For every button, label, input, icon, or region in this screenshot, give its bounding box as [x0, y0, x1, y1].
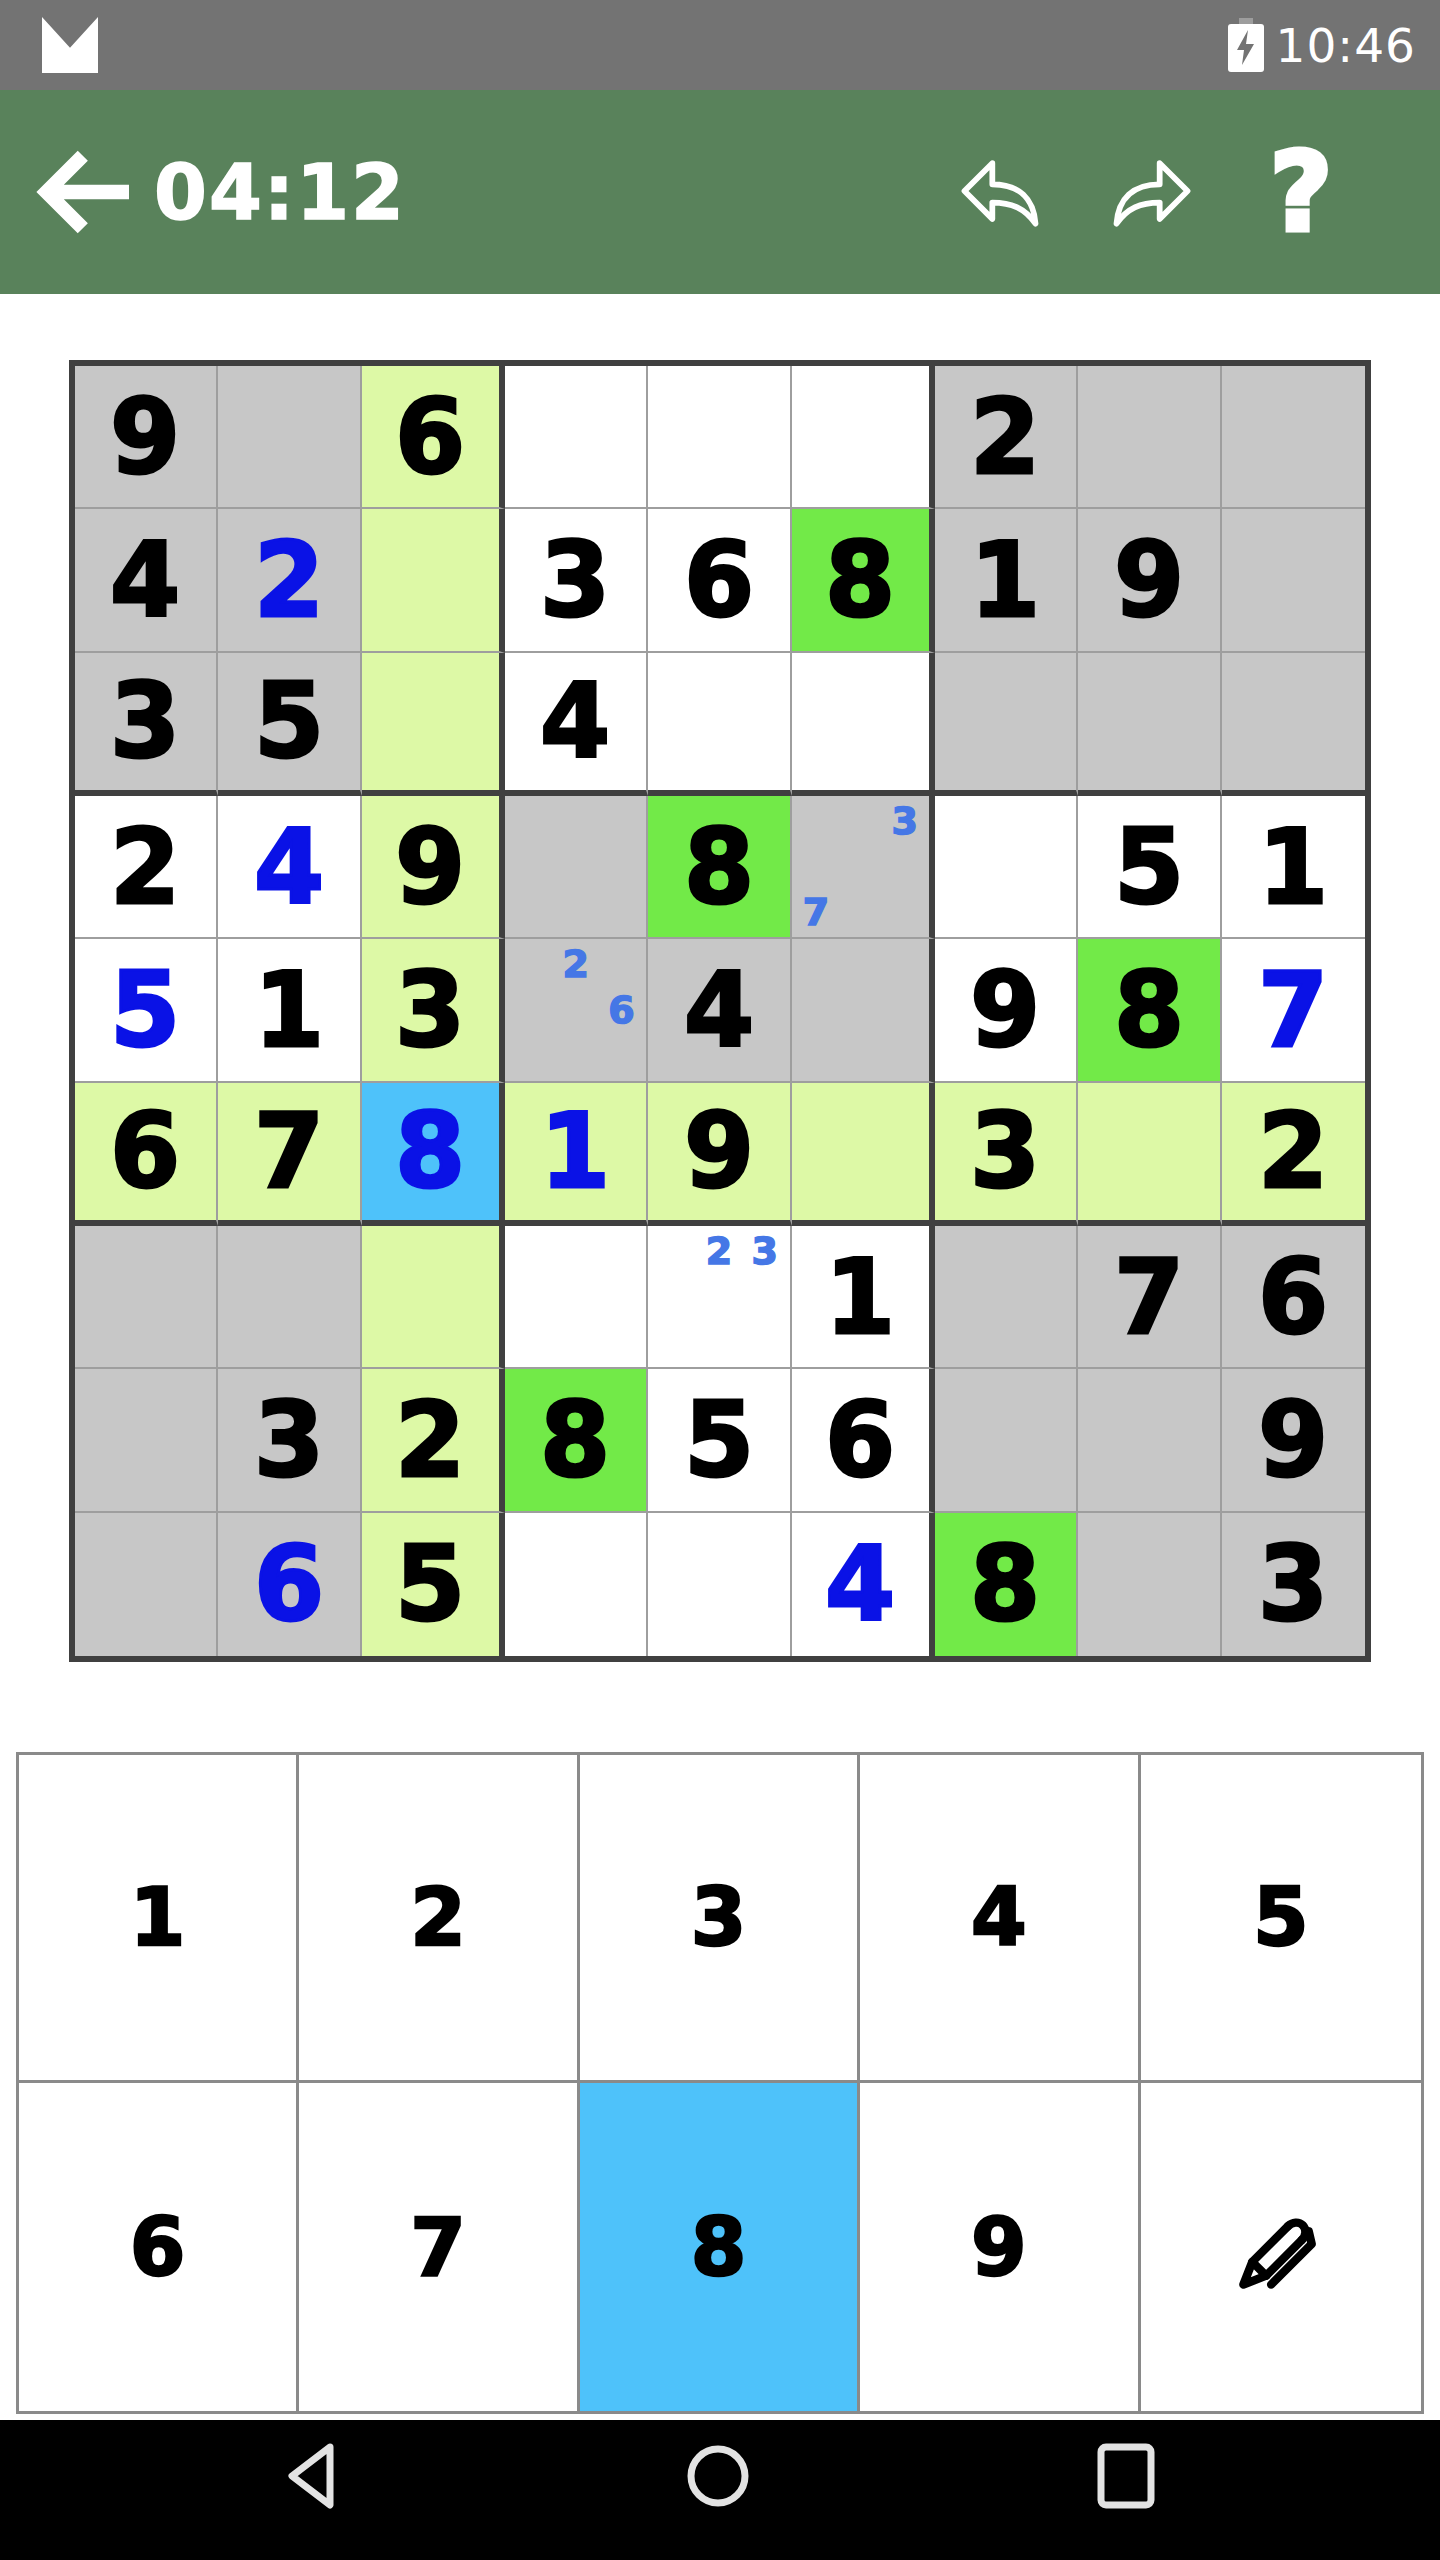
cell-r2c3[interactable] — [362, 509, 505, 652]
cell-r3c3[interactable] — [362, 653, 505, 796]
cell-r9c8[interactable] — [1078, 1513, 1221, 1656]
cell-r1c6[interactable] — [792, 366, 935, 509]
cell-r6c3[interactable]: 8 — [362, 1083, 505, 1226]
pencil-notes: 23 — [650, 1228, 787, 1365]
given-digit: 8 — [1114, 958, 1184, 1062]
android-nav-bar — [0, 2420, 1440, 2560]
cell-r2c7[interactable]: 1 — [935, 509, 1078, 652]
given-digit: 8 — [541, 1388, 611, 1492]
cell-r5c2[interactable]: 1 — [218, 939, 361, 1082]
given-digit: 4 — [684, 958, 754, 1062]
user-digit: 2 — [254, 528, 324, 632]
pencil-notes: 37 — [794, 798, 927, 935]
status-clock: 10:46 — [1276, 0, 1416, 90]
cell-r8c2[interactable]: 3 — [218, 1369, 361, 1512]
given-digit: 1 — [1258, 815, 1328, 919]
cell-r4c3[interactable]: 9 — [362, 796, 505, 939]
app-bar: 04:12 ? — [0, 90, 1440, 294]
note-digit — [599, 1033, 645, 1079]
given-digit: 7 — [1114, 1245, 1184, 1349]
given-digit: 2 — [395, 1388, 465, 1492]
note-digit — [794, 844, 838, 890]
given-digit: 9 — [971, 958, 1041, 1062]
back-arrow-icon[interactable] — [30, 137, 140, 247]
cell-r3c1[interactable]: 3 — [75, 653, 218, 796]
given-digit: 7 — [254, 1099, 324, 1203]
cell-r6c1[interactable]: 6 — [75, 1083, 218, 1226]
note-digit — [553, 987, 599, 1033]
game-timer: 04:12 — [154, 90, 406, 294]
sudoku-board: 9624236819354249837515132649876781932231… — [69, 360, 1371, 1662]
cell-r5c3[interactable]: 3 — [362, 939, 505, 1082]
given-digit: 3 — [111, 669, 181, 773]
cell-r6c7[interactable]: 3 — [935, 1083, 1078, 1226]
cell-r9c6[interactable]: 4 — [792, 1513, 935, 1656]
note-digit — [742, 1274, 788, 1320]
cell-r1c1[interactable]: 9 — [75, 366, 218, 509]
cell-r4c7[interactable] — [935, 796, 1078, 939]
note-digit — [507, 941, 553, 987]
cell-r9c5[interactable] — [648, 1513, 791, 1656]
note-digit: 3 — [742, 1228, 788, 1274]
note-digit — [507, 1033, 553, 1079]
battery-charging-icon — [1228, 18, 1264, 72]
given-digit: 1 — [971, 528, 1041, 632]
pencil-notes: 26 — [507, 941, 644, 1078]
note-digit — [838, 798, 882, 844]
cell-r3c9[interactable] — [1222, 653, 1365, 796]
nav-home-icon[interactable] — [684, 2442, 752, 2510]
cell-r6c9[interactable]: 2 — [1222, 1083, 1365, 1226]
cell-r3c7[interactable] — [935, 653, 1078, 796]
cell-r2c8[interactable]: 9 — [1078, 509, 1221, 652]
cell-r7c7[interactable] — [935, 1226, 1078, 1369]
note-digit — [650, 1228, 696, 1274]
cell-r4c2[interactable]: 4 — [218, 796, 361, 939]
cell-r1c5[interactable] — [648, 366, 791, 509]
given-digit: 4 — [541, 669, 611, 773]
given-digit: 8 — [825, 528, 895, 632]
cell-r8c5[interactable]: 5 — [648, 1369, 791, 1512]
user-digit: 8 — [395, 1099, 465, 1203]
note-digit — [696, 1274, 742, 1320]
note-digit: 7 — [794, 890, 838, 936]
cell-r5c9[interactable]: 7 — [1222, 939, 1365, 1082]
cell-r3c4[interactable]: 4 — [505, 653, 648, 796]
given-digit: 9 — [1114, 528, 1184, 632]
given-digit: 3 — [541, 528, 611, 632]
cell-r7c2[interactable] — [218, 1226, 361, 1369]
cell-r7c1[interactable] — [75, 1226, 218, 1369]
cell-r2c5[interactable]: 6 — [648, 509, 791, 652]
given-digit: 5 — [1114, 815, 1184, 919]
m-notification-icon — [42, 17, 98, 73]
given-digit: 6 — [395, 385, 465, 489]
cell-r4c4[interactable] — [505, 796, 648, 939]
numpad-button-4[interactable]: 4 — [860, 1755, 1140, 2083]
cell-r8c9[interactable]: 9 — [1222, 1369, 1365, 1512]
cell-r5c8[interactable]: 8 — [1078, 939, 1221, 1082]
pencil-mode-button[interactable] — [1141, 2083, 1421, 2411]
numpad-button-7[interactable]: 7 — [299, 2083, 579, 2411]
redo-icon[interactable] — [1104, 144, 1200, 240]
given-digit: 3 — [395, 958, 465, 1062]
cell-r6c5[interactable]: 9 — [648, 1083, 791, 1226]
given-digit: 9 — [1258, 1388, 1328, 1492]
cell-r9c7[interactable]: 8 — [935, 1513, 1078, 1656]
numpad-button-3[interactable]: 3 — [580, 1755, 860, 2083]
given-digit: 4 — [111, 528, 181, 632]
given-digit: 6 — [111, 1099, 181, 1203]
cell-r7c6[interactable]: 1 — [792, 1226, 935, 1369]
given-digit: 6 — [825, 1388, 895, 1492]
cell-r1c2[interactable] — [218, 366, 361, 509]
numpad-button-8[interactable]: 8 — [580, 2083, 860, 2411]
cell-r4c8[interactable]: 5 — [1078, 796, 1221, 939]
numpad-button-1[interactable]: 1 — [19, 1755, 299, 2083]
given-digit: 2 — [111, 815, 181, 919]
note-digit: 3 — [883, 798, 927, 844]
cell-r5c1[interactable]: 5 — [75, 939, 218, 1082]
cell-r9c3[interactable]: 5 — [362, 1513, 505, 1656]
cell-r1c7[interactable]: 2 — [935, 366, 1078, 509]
cell-r9c9[interactable]: 3 — [1222, 1513, 1365, 1656]
user-digit: 1 — [541, 1099, 611, 1203]
cell-r2c1[interactable]: 4 — [75, 509, 218, 652]
given-digit: 3 — [254, 1388, 324, 1492]
cell-r7c8[interactable]: 7 — [1078, 1226, 1221, 1369]
user-digit: 4 — [825, 1532, 895, 1636]
numpad-button-2[interactable]: 2 — [299, 1755, 579, 2083]
note-digit — [838, 890, 882, 936]
cell-r3c5[interactable] — [648, 653, 791, 796]
given-digit: 3 — [1258, 1532, 1328, 1636]
cell-r4c6[interactable]: 37 — [792, 796, 935, 939]
user-digit: 4 — [254, 815, 324, 919]
given-digit: 3 — [971, 1099, 1041, 1203]
note-digit: 6 — [599, 987, 645, 1033]
note-digit — [696, 1320, 742, 1366]
cell-r9c4[interactable] — [505, 1513, 648, 1656]
cell-r6c8[interactable] — [1078, 1083, 1221, 1226]
numpad-button-6[interactable]: 6 — [19, 2083, 299, 2411]
status-bar: 10:46 — [0, 0, 1440, 90]
given-digit: 9 — [395, 815, 465, 919]
numpad-button-9[interactable]: 9 — [860, 2083, 1140, 2411]
note-digit — [838, 844, 882, 890]
cell-r9c2[interactable]: 6 — [218, 1513, 361, 1656]
undo-icon[interactable] — [952, 144, 1048, 240]
note-digit — [650, 1274, 696, 1320]
cell-r2c2[interactable]: 2 — [218, 509, 361, 652]
cell-r8c4[interactable]: 8 — [505, 1369, 648, 1512]
cell-r4c9[interactable]: 1 — [1222, 796, 1365, 939]
given-digit: 8 — [971, 1532, 1041, 1636]
given-digit: 5 — [395, 1532, 465, 1636]
note-digit — [883, 844, 927, 890]
note-digit — [650, 1320, 696, 1366]
note-digit — [599, 941, 645, 987]
note-digit — [507, 987, 553, 1033]
cell-r4c5[interactable]: 8 — [648, 796, 791, 939]
given-digit: 1 — [254, 958, 324, 1062]
cell-r3c6[interactable] — [792, 653, 935, 796]
note-digit — [553, 1033, 599, 1079]
user-digit: 6 — [254, 1532, 324, 1636]
given-digit: 9 — [111, 385, 181, 489]
help-button[interactable]: ? — [1246, 90, 1356, 294]
given-digit: 8 — [684, 815, 754, 919]
given-digit: 2 — [971, 385, 1041, 489]
given-digit: 6 — [1258, 1245, 1328, 1349]
given-digit: 5 — [254, 669, 324, 773]
cell-r5c6[interactable] — [792, 939, 935, 1082]
cell-r7c3[interactable] — [362, 1226, 505, 1369]
cell-r8c3[interactable]: 2 — [362, 1369, 505, 1512]
pen-icon — [1211, 2177, 1351, 2317]
cell-r1c8[interactable] — [1078, 366, 1221, 509]
cell-r2c4[interactable]: 3 — [505, 509, 648, 652]
cell-r3c2[interactable]: 5 — [218, 653, 361, 796]
cell-r2c9[interactable] — [1222, 509, 1365, 652]
cell-r1c4[interactable] — [505, 366, 648, 509]
numpad-button-5[interactable]: 5 — [1141, 1755, 1421, 2083]
cell-r6c6[interactable] — [792, 1083, 935, 1226]
given-digit: 2 — [1258, 1099, 1328, 1203]
cell-r1c3[interactable]: 6 — [362, 366, 505, 509]
nav-back-icon[interactable] — [282, 2442, 350, 2510]
cell-r5c4[interactable]: 26 — [505, 939, 648, 1082]
user-digit: 5 — [111, 958, 181, 1062]
cell-r7c5[interactable]: 23 — [648, 1226, 791, 1369]
given-digit: 1 — [825, 1245, 895, 1349]
cell-r8c6[interactable]: 6 — [792, 1369, 935, 1512]
cell-r6c2[interactable]: 7 — [218, 1083, 361, 1226]
nav-recents-icon[interactable] — [1092, 2442, 1160, 2510]
cell-r1c9[interactable] — [1222, 366, 1365, 509]
note-digit — [883, 890, 927, 936]
sudoku-app-screen: 10:46 04:12 ? 96242368193542498375151326… — [0, 0, 1440, 2560]
number-pad: 1 2 3 4 5 6 7 8 9 — [16, 1752, 1424, 2414]
cell-r5c5[interactable]: 4 — [648, 939, 791, 1082]
cell-r8c7[interactable] — [935, 1369, 1078, 1512]
given-digit: 6 — [684, 528, 754, 632]
cell-r3c8[interactable] — [1078, 653, 1221, 796]
cell-r9c1[interactable] — [75, 1513, 218, 1656]
given-digit: 9 — [684, 1099, 754, 1203]
cell-r4c1[interactable]: 2 — [75, 796, 218, 939]
given-digit: 5 — [684, 1388, 754, 1492]
note-digit — [742, 1320, 788, 1366]
note-digit — [794, 798, 838, 844]
cell-r2c6[interactable]: 8 — [792, 509, 935, 652]
cell-r8c8[interactable] — [1078, 1369, 1221, 1512]
cell-r8c1[interactable] — [75, 1369, 218, 1512]
note-digit: 2 — [553, 941, 599, 987]
cell-r5c7[interactable]: 9 — [935, 939, 1078, 1082]
user-digit: 7 — [1258, 958, 1328, 1062]
cell-r6c4[interactable]: 1 — [505, 1083, 648, 1226]
cell-r7c4[interactable] — [505, 1226, 648, 1369]
cell-r7c9[interactable]: 6 — [1222, 1226, 1365, 1369]
note-digit: 2 — [696, 1228, 742, 1274]
